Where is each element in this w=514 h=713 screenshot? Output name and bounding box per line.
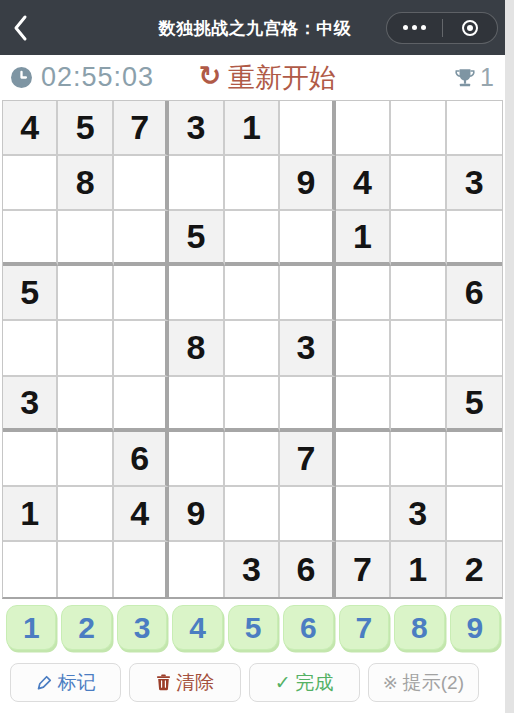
sudoku-cell-r3c1[interactable] (3, 211, 58, 266)
sudoku-cell-r2c6[interactable]: 9 (280, 156, 335, 211)
sudoku-cell-r7c8[interactable] (391, 432, 446, 487)
number-keypad: 123456789 (6, 605, 500, 650)
sudoku-cell-r2c9[interactable]: 3 (447, 156, 502, 211)
sudoku-cell-r9c9[interactable]: 2 (447, 542, 502, 597)
reference-mark-icon: ※ (383, 672, 398, 694)
sudoku-cell-r4c6[interactable] (280, 266, 335, 321)
keypad-9[interactable]: 9 (450, 605, 500, 650)
sudoku-cell-r9c1[interactable] (3, 542, 58, 597)
sudoku-cell-r2c8[interactable] (391, 156, 446, 211)
sudoku-cell-r6c1[interactable]: 3 (3, 377, 58, 432)
navbar: 数独挑战之九宫格：中级 (0, 0, 514, 55)
sudoku-cell-r5c2[interactable] (58, 321, 113, 376)
wechat-capsule (386, 12, 498, 44)
trophy-count: 1 (480, 63, 494, 92)
trash-icon (156, 674, 171, 691)
sudoku-cell-r3c3[interactable] (114, 211, 169, 266)
sudoku-cell-r4c2[interactable] (58, 266, 113, 321)
sudoku-cell-r9c3[interactable] (114, 542, 169, 597)
sudoku-grid: 4573189435156833567149336712 (2, 100, 503, 599)
restart-button[interactable]: ↻ 重新开始 (198, 60, 336, 96)
sudoku-cell-r8c8[interactable]: 3 (391, 487, 446, 542)
sudoku-cell-r7c1[interactable] (3, 432, 58, 487)
sudoku-cell-r8c5[interactable] (225, 487, 280, 542)
sudoku-cell-r1c5[interactable]: 1 (225, 101, 280, 156)
keypad-8[interactable]: 8 (394, 605, 444, 650)
restart-label: 重新开始 (228, 60, 336, 96)
sudoku-cell-r4c3[interactable] (114, 266, 169, 321)
sudoku-cell-r6c6[interactable] (280, 377, 335, 432)
sudoku-cell-r5c5[interactable] (225, 321, 280, 376)
pencil-icon (36, 674, 53, 691)
sudoku-cell-r8c1[interactable]: 1 (3, 487, 58, 542)
sudoku-cell-r8c6[interactable] (280, 487, 335, 542)
sudoku-cell-r7c3[interactable]: 6 (114, 432, 169, 487)
sudoku-cell-r8c4[interactable]: 9 (169, 487, 224, 542)
sudoku-cell-r3c9[interactable] (447, 211, 502, 266)
clock-icon (10, 66, 33, 89)
sudoku-cell-r3c6[interactable] (280, 211, 335, 266)
hint-label: 提示(2) (403, 670, 464, 696)
keypad-6[interactable]: 6 (283, 605, 333, 650)
sudoku-cell-r1c4[interactable]: 3 (169, 101, 224, 156)
keypad-7[interactable]: 7 (339, 605, 389, 650)
sudoku-cell-r8c7[interactable] (336, 487, 391, 542)
timer: 02:55:03 (10, 62, 154, 93)
sudoku-cell-r5c9[interactable] (447, 321, 502, 376)
clear-label: 清除 (176, 670, 214, 696)
sudoku-cell-r5c6[interactable]: 3 (280, 321, 335, 376)
back-button[interactable] (12, 11, 42, 45)
sudoku-cell-r3c7[interactable]: 1 (336, 211, 391, 266)
refresh-icon: ↻ (198, 63, 221, 90)
sudoku-cell-r9c7[interactable]: 7 (336, 542, 391, 597)
sudoku-cell-r3c5[interactable] (225, 211, 280, 266)
sudoku-cell-r6c7[interactable] (336, 377, 391, 432)
sudoku-cell-r1c7[interactable] (336, 101, 391, 156)
sudoku-cell-r9c4[interactable] (169, 542, 224, 597)
hint-button[interactable]: ※ 提示(2) (368, 663, 479, 702)
sudoku-cell-r1c1[interactable]: 4 (3, 101, 58, 156)
sudoku-cell-r1c2[interactable]: 5 (58, 101, 113, 156)
sudoku-cell-r6c4[interactable] (169, 377, 224, 432)
more-dots-icon (403, 25, 426, 30)
sudoku-cell-r2c7[interactable]: 4 (336, 156, 391, 211)
sudoku-cell-r8c2[interactable] (58, 487, 113, 542)
sudoku-cell-r6c8[interactable] (391, 377, 446, 432)
right-edge-strip (505, 0, 514, 713)
sudoku-cell-r2c2[interactable]: 8 (58, 156, 113, 211)
sudoku-cell-r4c7[interactable] (336, 266, 391, 321)
sudoku-cell-r5c3[interactable] (114, 321, 169, 376)
trophy-counter: 1 (453, 63, 494, 92)
mark-label: 标记 (58, 670, 96, 696)
timer-value: 02:55:03 (41, 62, 154, 93)
sudoku-cell-r5c8[interactable] (391, 321, 446, 376)
sudoku-cell-r5c7[interactable] (336, 321, 391, 376)
sudoku-cell-r3c2[interactable] (58, 211, 113, 266)
mark-button[interactable]: 标记 (10, 663, 121, 702)
sudoku-cell-r5c1[interactable] (3, 321, 58, 376)
sudoku-cell-r2c5[interactable] (225, 156, 280, 211)
sudoku-cell-r3c8[interactable] (391, 211, 446, 266)
clear-button[interactable]: 清除 (129, 663, 240, 702)
toolbar: 标记 清除 ✓ 完成 ※ 提示(2) (10, 663, 479, 702)
sudoku-cell-r4c9[interactable]: 6 (447, 266, 502, 321)
sudoku-cell-r9c8[interactable]: 1 (391, 542, 446, 597)
status-bar: 02:55:03 ↻ 重新开始 1 (0, 55, 514, 100)
sudoku-cell-r7c2[interactable] (58, 432, 113, 487)
keypad-5[interactable]: 5 (228, 605, 278, 650)
sudoku-cell-r6c5[interactable] (225, 377, 280, 432)
sudoku-cell-r4c5[interactable] (225, 266, 280, 321)
sudoku-cell-r1c6[interactable] (280, 101, 335, 156)
sudoku-cell-r7c6[interactable]: 7 (280, 432, 335, 487)
sudoku-cell-r6c3[interactable] (114, 377, 169, 432)
sudoku-cell-r9c2[interactable] (58, 542, 113, 597)
page-title: 数独挑战之九宫格：中级 (159, 16, 352, 39)
trophy-icon (453, 66, 477, 90)
more-menu-button[interactable] (387, 13, 442, 43)
exit-button[interactable] (443, 13, 498, 43)
done-button[interactable]: ✓ 完成 (249, 663, 360, 702)
sudoku-cell-r5c4[interactable]: 8 (169, 321, 224, 376)
sudoku-cell-r7c9[interactable] (447, 432, 502, 487)
check-icon: ✓ (275, 671, 291, 694)
keypad-4[interactable]: 4 (172, 605, 222, 650)
sudoku-cell-r1c8[interactable] (391, 101, 446, 156)
sudoku-cell-r9c5[interactable]: 3 (225, 542, 280, 597)
sudoku-cell-r3c4[interactable]: 5 (169, 211, 224, 266)
sudoku-cell-r2c4[interactable] (169, 156, 224, 211)
sudoku-cell-r8c9[interactable] (447, 487, 502, 542)
sudoku-cell-r8c3[interactable]: 4 (114, 487, 169, 542)
sudoku-cell-r4c1[interactable]: 5 (3, 266, 58, 321)
keypad-1[interactable]: 1 (6, 605, 56, 650)
keypad-3[interactable]: 3 (117, 605, 167, 650)
sudoku-cell-r4c4[interactable] (169, 266, 224, 321)
sudoku-cell-r7c7[interactable] (336, 432, 391, 487)
target-circle-icon (460, 18, 480, 38)
sudoku-cell-r7c4[interactable] (169, 432, 224, 487)
sudoku-cell-r4c8[interactable] (391, 266, 446, 321)
sudoku-cell-r1c9[interactable] (447, 101, 502, 156)
sudoku-cell-r2c1[interactable] (3, 156, 58, 211)
chevron-left-icon (12, 13, 30, 43)
done-label: 完成 (296, 670, 334, 696)
sudoku-cell-r7c5[interactable] (225, 432, 280, 487)
keypad-2[interactable]: 2 (61, 605, 111, 650)
sudoku-app: 数独挑战之九宫格：中级 02:55:03 ↻ 重新开始 (0, 0, 514, 702)
sudoku-cell-r6c9[interactable]: 5 (447, 377, 502, 432)
sudoku-cell-r6c2[interactable] (58, 377, 113, 432)
sudoku-cell-r2c3[interactable] (114, 156, 169, 211)
sudoku-cell-r1c3[interactable]: 7 (114, 101, 169, 156)
sudoku-cell-r9c6[interactable]: 6 (280, 542, 335, 597)
